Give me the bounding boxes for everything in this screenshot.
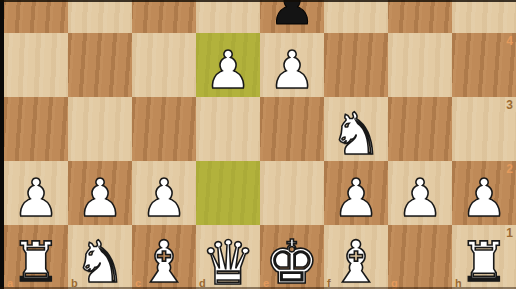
square-d2[interactable]: [196, 161, 260, 225]
chess-video-frame: ♟♟♟4♞3♟♟♟♟♟♟2♜a♞b♝c♛d♚e♝fg♜h1: [0, 0, 516, 289]
piece-white-pawn[interactable]: ♟: [333, 172, 380, 224]
square-d4[interactable]: ♟: [196, 33, 260, 97]
square-c3[interactable]: [132, 97, 196, 161]
square-c1[interactable]: ♝c: [132, 225, 196, 289]
square-d5[interactable]: [196, 0, 260, 33]
top-frame-edge: [0, 0, 516, 2]
square-h4[interactable]: 4: [452, 33, 516, 97]
square-a1[interactable]: ♜a: [4, 225, 68, 289]
piece-white-pawn[interactable]: ♟: [205, 44, 252, 96]
piece-white-knight[interactable]: ♞: [74, 233, 126, 289]
square-b4[interactable]: [68, 33, 132, 97]
square-b1[interactable]: ♞b: [68, 225, 132, 289]
left-letterbox-bar: [0, 0, 4, 289]
square-e4[interactable]: ♟: [260, 33, 324, 97]
square-a4[interactable]: [4, 33, 68, 97]
square-c2[interactable]: ♟: [132, 161, 196, 225]
square-d1[interactable]: ♛d: [196, 225, 260, 289]
piece-white-pawn[interactable]: ♟: [141, 172, 188, 224]
square-g1[interactable]: g: [388, 225, 452, 289]
rank-label-3: 3: [506, 98, 513, 112]
square-g2[interactable]: ♟: [388, 161, 452, 225]
square-e2[interactable]: [260, 161, 324, 225]
square-a5[interactable]: [4, 0, 68, 33]
square-g3[interactable]: [388, 97, 452, 161]
square-e3[interactable]: [260, 97, 324, 161]
square-f1[interactable]: ♝f: [324, 225, 388, 289]
piece-white-king[interactable]: ♚: [265, 232, 319, 289]
square-h1[interactable]: ♜h1: [452, 225, 516, 289]
square-h3[interactable]: 3: [452, 97, 516, 161]
piece-white-pawn[interactable]: ♟: [269, 44, 316, 96]
square-e5[interactable]: ♟: [260, 0, 324, 33]
piece-white-knight[interactable]: ♞: [330, 105, 382, 163]
piece-white-queen[interactable]: ♛: [201, 232, 256, 289]
piece-white-pawn[interactable]: ♟: [397, 172, 444, 224]
square-h5[interactable]: [452, 0, 516, 33]
square-a3[interactable]: [4, 97, 68, 161]
square-h2[interactable]: ♟2: [452, 161, 516, 225]
square-c5[interactable]: [132, 0, 196, 33]
square-f5[interactable]: [324, 0, 388, 33]
square-a2[interactable]: ♟: [4, 161, 68, 225]
rank-label-4: 4: [506, 34, 513, 48]
piece-white-rook[interactable]: ♜: [11, 235, 60, 289]
square-f4[interactable]: [324, 33, 388, 97]
square-b3[interactable]: [68, 97, 132, 161]
square-f2[interactable]: ♟: [324, 161, 388, 225]
square-g5[interactable]: [388, 0, 452, 33]
piece-white-bishop[interactable]: ♝: [330, 233, 382, 289]
square-g4[interactable]: [388, 33, 452, 97]
square-f3[interactable]: ♞: [324, 97, 388, 161]
piece-white-pawn[interactable]: ♟: [461, 172, 508, 224]
square-c4[interactable]: [132, 33, 196, 97]
piece-white-bishop[interactable]: ♝: [138, 233, 190, 289]
square-e1[interactable]: ♚e: [260, 225, 324, 289]
square-b2[interactable]: ♟: [68, 161, 132, 225]
square-d3[interactable]: [196, 97, 260, 161]
piece-white-pawn[interactable]: ♟: [13, 172, 60, 224]
piece-black-pawn[interactable]: ♟: [269, 0, 316, 32]
piece-white-rook[interactable]: ♜: [459, 235, 508, 289]
chess-board: ♟♟♟4♞3♟♟♟♟♟♟2♜a♞b♝c♛d♚e♝fg♜h1: [4, 0, 516, 289]
piece-white-pawn[interactable]: ♟: [77, 172, 124, 224]
rank-label-2: 2: [506, 162, 513, 176]
square-b5[interactable]: [68, 0, 132, 33]
